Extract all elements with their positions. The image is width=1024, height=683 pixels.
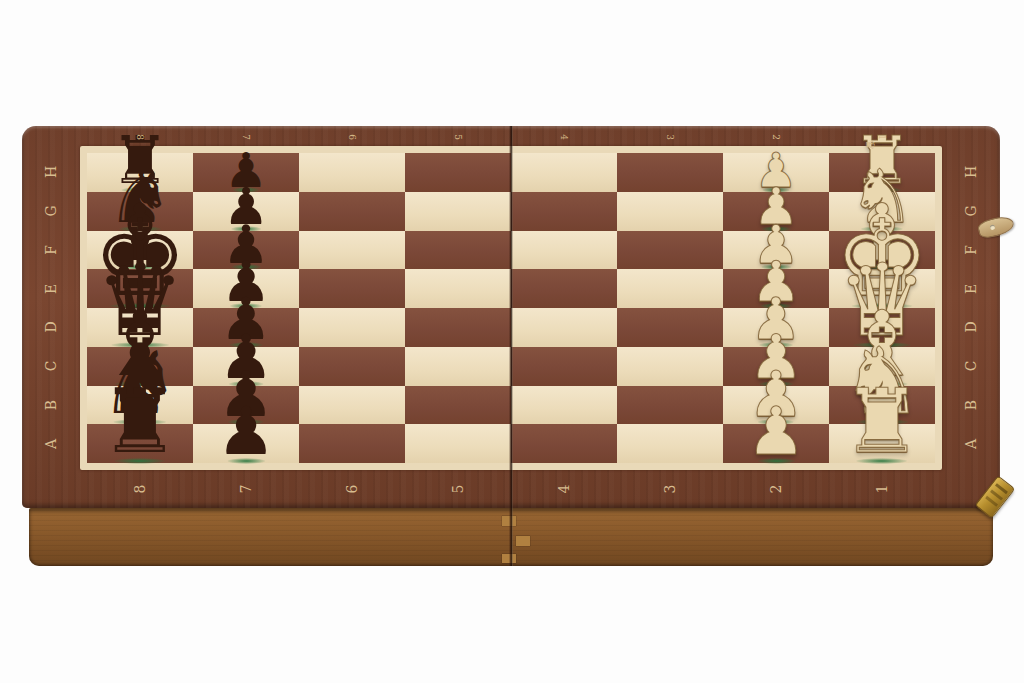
coord-file-right-c: C xyxy=(963,361,979,372)
coord-rank-near-3: 3 xyxy=(662,485,678,494)
square-d7: ♟ xyxy=(193,308,299,347)
square-c5 xyxy=(405,347,511,386)
square-c8: ♝ xyxy=(87,347,193,386)
coord-file-left-d: D xyxy=(43,322,59,333)
square-g2: ♟ xyxy=(723,192,829,231)
square-b8: ♞ xyxy=(87,386,193,425)
square-e6 xyxy=(299,269,405,308)
square-e7: ♟ xyxy=(193,269,299,308)
square-c7: ♟ xyxy=(193,347,299,386)
square-e2: ♟ xyxy=(723,269,829,308)
square-a2: ♟ xyxy=(723,424,829,463)
square-e5 xyxy=(405,269,511,308)
square-c6 xyxy=(299,347,405,386)
coord-rank-near-7: 7 xyxy=(238,485,254,494)
coord-file-left-c: C xyxy=(43,361,59,372)
square-g1: ♞ xyxy=(829,192,935,231)
square-e1: ♚ xyxy=(829,269,935,308)
square-a3 xyxy=(617,424,723,463)
coord-file-left-e: E xyxy=(43,284,59,294)
coord-file-right-b: B xyxy=(963,400,979,410)
square-b2: ♟ xyxy=(723,386,829,425)
coord-rank-far-8: 8 xyxy=(135,134,145,140)
square-g5 xyxy=(405,192,511,231)
square-f4 xyxy=(511,231,617,270)
square-a7: ♟ xyxy=(193,424,299,463)
square-b5 xyxy=(405,386,511,425)
coord-file-right-f: F xyxy=(963,245,979,255)
square-h5 xyxy=(405,153,511,192)
square-h6 xyxy=(299,153,405,192)
coord-rank-near-8: 8 xyxy=(132,485,148,494)
square-h8: ♜ xyxy=(87,153,193,192)
square-h3 xyxy=(617,153,723,192)
square-f5 xyxy=(405,231,511,270)
coord-rank-near-6: 6 xyxy=(344,485,360,494)
square-g7: ♟ xyxy=(193,192,299,231)
coord-rank-far-5: 5 xyxy=(453,134,463,140)
coord-file-right-e: E xyxy=(963,284,979,294)
square-e4 xyxy=(511,269,617,308)
square-d8: ♛ xyxy=(87,308,193,347)
square-h4 xyxy=(511,153,617,192)
square-b1: ♞ xyxy=(829,386,935,425)
square-g3 xyxy=(617,192,723,231)
coord-rank-near-5: 5 xyxy=(450,485,466,494)
square-g4 xyxy=(511,192,617,231)
coord-file-right-g: G xyxy=(963,206,979,217)
coord-file-right-a: A xyxy=(963,439,979,449)
piece-white-pawn-h2: ♟ xyxy=(754,148,797,192)
coord-file-left-g: G xyxy=(43,206,59,217)
square-f3 xyxy=(617,231,723,270)
coord-file-right-h: H xyxy=(963,166,979,178)
brand-stamp-icon: ♛ xyxy=(861,133,879,157)
square-e3 xyxy=(617,269,723,308)
product-photo: ♜♟♟♜♞♟♟♞♝♟♟♝♚♟♟♚♛♟♟♛♝♟♟♝♞♟♟♞♜♟♟♜ HGFEDCB… xyxy=(0,0,1024,683)
square-f2: ♟ xyxy=(723,231,829,270)
square-b7: ♟ xyxy=(193,386,299,425)
square-d6 xyxy=(299,308,405,347)
coord-rank-near-1: 1 xyxy=(874,485,890,494)
square-c4 xyxy=(511,347,617,386)
square-a8: ♜ xyxy=(87,424,193,463)
square-g8: ♞ xyxy=(87,192,193,231)
square-d5 xyxy=(405,308,511,347)
coord-rank-far-7: 7 xyxy=(241,134,251,140)
coord-file-left-h: H xyxy=(43,166,59,178)
square-g6 xyxy=(299,192,405,231)
square-b4 xyxy=(511,386,617,425)
coord-file-left-b: B xyxy=(43,400,59,410)
coord-rank-far-2: 2 xyxy=(771,134,781,140)
finger-joint xyxy=(516,536,530,546)
square-a4 xyxy=(511,424,617,463)
coord-file-left-f: F xyxy=(43,245,59,255)
square-b6 xyxy=(299,386,405,425)
square-d1: ♛ xyxy=(829,308,935,347)
square-a5 xyxy=(405,424,511,463)
square-d4 xyxy=(511,308,617,347)
piece-black-pawn-h7: ♟ xyxy=(224,148,267,192)
square-h7: ♟ xyxy=(193,153,299,192)
fold-seam xyxy=(509,126,513,566)
coord-rank-far-6: 6 xyxy=(347,134,357,140)
square-d2: ♟ xyxy=(723,308,829,347)
square-d3 xyxy=(617,308,723,347)
coord-rank-near-4: 4 xyxy=(556,485,572,494)
chess-set: ♜♟♟♜♞♟♟♞♝♟♟♝♚♟♟♚♛♟♟♛♝♟♟♝♞♟♟♞♜♟♟♜ HGFEDCB… xyxy=(22,126,1000,566)
coord-rank-near-2: 2 xyxy=(768,485,784,494)
coord-rank-far-4: 4 xyxy=(559,134,569,140)
square-f6 xyxy=(299,231,405,270)
square-c2: ♟ xyxy=(723,347,829,386)
square-h1: ♜ xyxy=(829,153,935,192)
coord-rank-far-3: 3 xyxy=(665,134,675,140)
square-b3 xyxy=(617,386,723,425)
square-c1: ♝ xyxy=(829,347,935,386)
square-c3 xyxy=(617,347,723,386)
square-h2: ♟ xyxy=(723,153,829,192)
square-a6 xyxy=(299,424,405,463)
square-e8: ♚ xyxy=(87,269,193,308)
square-a1: ♜ xyxy=(829,424,935,463)
coord-file-right-d: D xyxy=(963,322,979,333)
square-f8: ♝ xyxy=(87,231,193,270)
square-f1: ♝ xyxy=(829,231,935,270)
coord-file-left-a: A xyxy=(43,439,59,449)
square-f7: ♟ xyxy=(193,231,299,270)
